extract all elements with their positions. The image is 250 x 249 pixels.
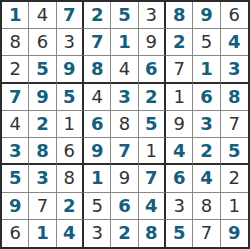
cell-r2c3[interactable]: 3: [57, 29, 84, 56]
cell-r5c9[interactable]: 7: [221, 111, 248, 138]
cell-r4c3[interactable]: 5: [57, 84, 84, 111]
cell-r1c9[interactable]: 6: [221, 2, 248, 29]
cell-r2c8[interactable]: 5: [193, 29, 220, 56]
cell-r4c6[interactable]: 2: [139, 84, 166, 111]
cell-r7c2[interactable]: 3: [29, 165, 56, 192]
cell-r5c1[interactable]: 4: [2, 111, 29, 138]
cell-r3c7[interactable]: 7: [166, 56, 193, 83]
cell-r1c4[interactable]: 2: [84, 2, 111, 29]
cell-r8c9[interactable]: 1: [221, 193, 248, 220]
cell-r4c4[interactable]: 4: [84, 84, 111, 111]
cell-r7c9[interactable]: 2: [221, 165, 248, 192]
cell-r6c5[interactable]: 7: [111, 138, 138, 165]
cell-r8c3[interactable]: 2: [57, 193, 84, 220]
cell-r1c3[interactable]: 7: [57, 2, 84, 29]
cell-r9c2[interactable]: 1: [29, 220, 56, 247]
cell-r4c7[interactable]: 1: [166, 84, 193, 111]
cell-r8c4[interactable]: 5: [84, 193, 111, 220]
cell-r4c1[interactable]: 7: [2, 84, 29, 111]
cell-r9c9[interactable]: 9: [221, 220, 248, 247]
cell-r1c5[interactable]: 5: [111, 2, 138, 29]
cell-r1c1[interactable]: 1: [2, 2, 29, 29]
cell-r1c2[interactable]: 4: [29, 2, 56, 29]
cell-r4c8[interactable]: 6: [193, 84, 220, 111]
cell-r6c9[interactable]: 5: [221, 138, 248, 165]
cell-r5c6[interactable]: 5: [139, 111, 166, 138]
cell-r5c8[interactable]: 3: [193, 111, 220, 138]
cell-r4c2[interactable]: 9: [29, 84, 56, 111]
cell-r3c4[interactable]: 8: [84, 56, 111, 83]
cell-r3c5[interactable]: 4: [111, 56, 138, 83]
cell-r3c9[interactable]: 3: [221, 56, 248, 83]
cell-r9c3[interactable]: 4: [57, 220, 84, 247]
cell-r7c6[interactable]: 7: [139, 165, 166, 192]
cell-r6c7[interactable]: 4: [166, 138, 193, 165]
cell-r6c1[interactable]: 3: [2, 138, 29, 165]
cell-r2c9[interactable]: 4: [221, 29, 248, 56]
cell-r9c5[interactable]: 2: [111, 220, 138, 247]
cell-r3c3[interactable]: 9: [57, 56, 84, 83]
cell-r2c5[interactable]: 1: [111, 29, 138, 56]
cell-r7c3[interactable]: 8: [57, 165, 84, 192]
cell-r5c5[interactable]: 8: [111, 111, 138, 138]
cell-r2c6[interactable]: 9: [139, 29, 166, 56]
cell-r7c8[interactable]: 4: [193, 165, 220, 192]
cell-r2c2[interactable]: 6: [29, 29, 56, 56]
cell-r8c2[interactable]: 7: [29, 193, 56, 220]
cell-r8c6[interactable]: 4: [139, 193, 166, 220]
cell-r5c3[interactable]: 1: [57, 111, 84, 138]
cell-r9c8[interactable]: 7: [193, 220, 220, 247]
cell-r6c6[interactable]: 1: [139, 138, 166, 165]
cell-r8c1[interactable]: 9: [2, 193, 29, 220]
cell-r5c7[interactable]: 9: [166, 111, 193, 138]
cell-r3c1[interactable]: 2: [2, 56, 29, 83]
cell-r1c8[interactable]: 9: [193, 2, 220, 29]
cell-r7c7[interactable]: 6: [166, 165, 193, 192]
cell-r3c6[interactable]: 6: [139, 56, 166, 83]
cell-r8c8[interactable]: 8: [193, 193, 220, 220]
cell-r7c1[interactable]: 5: [2, 165, 29, 192]
cell-r8c7[interactable]: 3: [166, 193, 193, 220]
cell-r1c7[interactable]: 8: [166, 2, 193, 29]
cell-r9c7[interactable]: 5: [166, 220, 193, 247]
cell-r3c8[interactable]: 1: [193, 56, 220, 83]
cell-r2c1[interactable]: 8: [2, 29, 29, 56]
cell-r2c4[interactable]: 7: [84, 29, 111, 56]
cell-r7c5[interactable]: 9: [111, 165, 138, 192]
cell-r3c2[interactable]: 5: [29, 56, 56, 83]
cell-r4c9[interactable]: 8: [221, 84, 248, 111]
sudoku-board: 1472538968637192542598467137954321684216…: [0, 0, 250, 249]
cell-r6c4[interactable]: 9: [84, 138, 111, 165]
cell-r2c7[interactable]: 2: [166, 29, 193, 56]
cell-r5c4[interactable]: 6: [84, 111, 111, 138]
cell-r8c5[interactable]: 6: [111, 193, 138, 220]
cell-r9c6[interactable]: 8: [139, 220, 166, 247]
cell-r5c2[interactable]: 2: [29, 111, 56, 138]
cell-r4c5[interactable]: 3: [111, 84, 138, 111]
cell-r6c3[interactable]: 6: [57, 138, 84, 165]
cell-r9c1[interactable]: 6: [2, 220, 29, 247]
cell-r7c4[interactable]: 1: [84, 165, 111, 192]
cell-r9c4[interactable]: 3: [84, 220, 111, 247]
cell-r1c6[interactable]: 3: [139, 2, 166, 29]
cell-r6c8[interactable]: 2: [193, 138, 220, 165]
cell-r6c2[interactable]: 8: [29, 138, 56, 165]
